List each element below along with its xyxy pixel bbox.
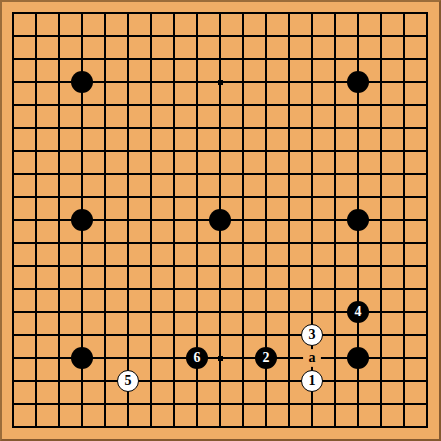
go-stone-white-O3: 1 (301, 370, 323, 392)
stones-layer: 123456a (2, 2, 439, 439)
point-label-a: a (303, 349, 321, 367)
go-stone-black-K10 (209, 209, 231, 231)
go-stone-black-M4: 2 (255, 347, 277, 369)
go-stone-black-D16 (71, 71, 93, 93)
go-stone-black-Q6: 4 (347, 301, 369, 323)
go-stone-black-J4: 6 (186, 347, 208, 369)
go-stone-black-Q10 (347, 209, 369, 231)
star-point (218, 80, 223, 85)
go-stone-black-Q4 (347, 347, 369, 369)
go-stone-white-O5: 3 (301, 324, 323, 346)
star-point (218, 356, 223, 361)
go-stone-black-Q16 (347, 71, 369, 93)
go-stone-black-D10 (71, 209, 93, 231)
go-board: 123456a (0, 0, 441, 441)
go-stone-black-D4 (71, 347, 93, 369)
go-stone-white-F3: 5 (117, 370, 139, 392)
